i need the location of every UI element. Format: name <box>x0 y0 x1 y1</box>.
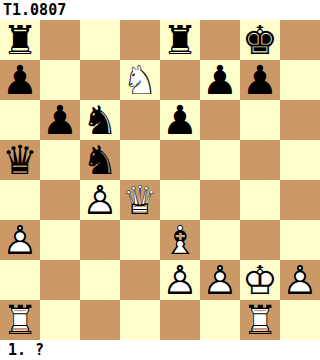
chess-board: ♜♜♚♟♞♘♟♟♟♞♟♛♞♟♙♛♕♟♙♝♗♟♙♟♙♚♔♟♙♜♖♜♖ <box>0 20 320 340</box>
square-b4[interactable] <box>40 180 80 220</box>
square-c7[interactable] <box>80 60 120 100</box>
square-h4[interactable] <box>280 180 320 220</box>
square-h3[interactable] <box>280 220 320 260</box>
square-a4[interactable] <box>0 180 40 220</box>
square-c6[interactable]: ♞ <box>80 100 120 140</box>
square-a5[interactable]: ♛ <box>0 140 40 180</box>
square-a1[interactable]: ♜♖ <box>0 300 40 340</box>
square-d3[interactable] <box>120 220 160 260</box>
square-h2[interactable]: ♟♙ <box>280 260 320 300</box>
square-c2[interactable] <box>80 260 120 300</box>
square-a8[interactable]: ♜ <box>0 20 40 60</box>
square-g4[interactable] <box>240 180 280 220</box>
square-f3[interactable] <box>200 220 240 260</box>
square-d8[interactable] <box>120 20 160 60</box>
black-pawn-piece: ♟ <box>200 60 240 100</box>
square-d5[interactable] <box>120 140 160 180</box>
white-rook-piece: ♜♖ <box>240 300 280 340</box>
square-e4[interactable] <box>160 180 200 220</box>
square-g7[interactable]: ♟ <box>240 60 280 100</box>
move-prompt: 1. ? <box>8 341 44 359</box>
footer-bar: 1. ? <box>0 340 320 360</box>
square-h6[interactable] <box>280 100 320 140</box>
square-c5[interactable]: ♞ <box>80 140 120 180</box>
black-king-piece: ♚ <box>240 20 280 60</box>
square-a3[interactable]: ♟♙ <box>0 220 40 260</box>
square-g8[interactable]: ♚ <box>240 20 280 60</box>
square-d7[interactable]: ♞♘ <box>120 60 160 100</box>
square-f1[interactable] <box>200 300 240 340</box>
square-a7[interactable]: ♟ <box>0 60 40 100</box>
square-e6[interactable]: ♟ <box>160 100 200 140</box>
white-pawn-piece: ♟♙ <box>280 260 320 300</box>
square-h1[interactable] <box>280 300 320 340</box>
square-b8[interactable] <box>40 20 80 60</box>
square-d4[interactable]: ♛♕ <box>120 180 160 220</box>
square-g1[interactable]: ♜♖ <box>240 300 280 340</box>
square-a6[interactable] <box>0 100 40 140</box>
white-rook-piece: ♜♖ <box>0 300 40 340</box>
black-rook-piece: ♜ <box>160 20 200 60</box>
square-f2[interactable]: ♟♙ <box>200 260 240 300</box>
square-b1[interactable] <box>40 300 80 340</box>
square-g3[interactable] <box>240 220 280 260</box>
square-d2[interactable] <box>120 260 160 300</box>
square-e8[interactable]: ♜ <box>160 20 200 60</box>
white-knight-piece: ♞♘ <box>120 60 160 100</box>
white-pawn-piece: ♟♙ <box>0 220 40 260</box>
square-c3[interactable] <box>80 220 120 260</box>
square-b6[interactable]: ♟ <box>40 100 80 140</box>
square-f4[interactable] <box>200 180 240 220</box>
square-g6[interactable] <box>240 100 280 140</box>
square-e1[interactable] <box>160 300 200 340</box>
square-d6[interactable] <box>120 100 160 140</box>
square-h7[interactable] <box>280 60 320 100</box>
square-e7[interactable] <box>160 60 200 100</box>
black-pawn-piece: ♟ <box>240 60 280 100</box>
square-e5[interactable] <box>160 140 200 180</box>
square-d1[interactable] <box>120 300 160 340</box>
square-f7[interactable]: ♟ <box>200 60 240 100</box>
square-f8[interactable] <box>200 20 240 60</box>
square-f5[interactable] <box>200 140 240 180</box>
white-king-piece: ♚♔ <box>240 260 280 300</box>
square-h8[interactable] <box>280 20 320 60</box>
black-pawn-piece: ♟ <box>0 60 40 100</box>
square-b5[interactable] <box>40 140 80 180</box>
white-pawn-piece: ♟♙ <box>80 180 120 220</box>
black-pawn-piece: ♟ <box>160 100 200 140</box>
square-c1[interactable] <box>80 300 120 340</box>
square-c8[interactable] <box>80 20 120 60</box>
white-pawn-piece: ♟♙ <box>200 260 240 300</box>
square-b2[interactable] <box>40 260 80 300</box>
black-pawn-piece: ♟ <box>40 100 80 140</box>
white-queen-piece: ♛♕ <box>120 180 160 220</box>
square-h5[interactable] <box>280 140 320 180</box>
square-e3[interactable]: ♝♗ <box>160 220 200 260</box>
black-knight-piece: ♞ <box>80 100 120 140</box>
square-g5[interactable] <box>240 140 280 180</box>
white-bishop-piece: ♝♗ <box>160 220 200 260</box>
white-pawn-piece: ♟♙ <box>160 260 200 300</box>
black-rook-piece: ♜ <box>0 20 40 60</box>
square-c4[interactable]: ♟♙ <box>80 180 120 220</box>
square-f6[interactable] <box>200 100 240 140</box>
square-g2[interactable]: ♚♔ <box>240 260 280 300</box>
square-a2[interactable] <box>0 260 40 300</box>
square-b3[interactable] <box>40 220 80 260</box>
black-queen-piece: ♛ <box>0 140 40 180</box>
square-e2[interactable]: ♟♙ <box>160 260 200 300</box>
square-b7[interactable] <box>40 60 80 100</box>
black-knight-piece: ♞ <box>80 140 120 180</box>
